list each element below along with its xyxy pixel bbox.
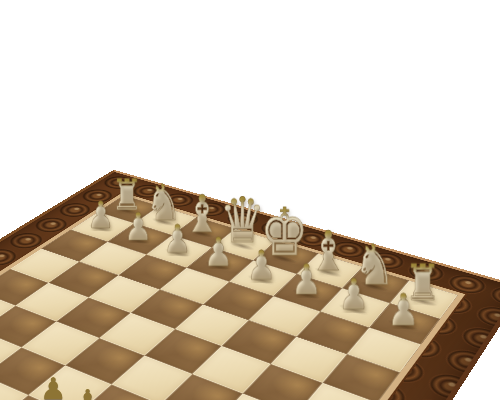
scene: ♜♞♝♛♚♝♞♜♟♟♟♟♟♟♟♟ (0, 0, 500, 400)
partial-piece-brass-top: ♟ (40, 374, 67, 400)
partial-piece-brass-top: ♟ (76, 386, 99, 400)
piece-white-pawn[interactable]: ♟ (387, 288, 419, 332)
photo-stage: ♜♞♝♛♚♝♞♜♟♟♟♟♟♟♟♟ ♟ ♟ (0, 0, 500, 400)
piece-white-pawn[interactable]: ♟ (291, 259, 322, 301)
square-b4[interactable] (16, 283, 89, 322)
chess-board[interactable]: ♜♞♝♛♚♝♞♜♟♟♟♟♟♟♟♟ (0, 170, 500, 400)
square-g7[interactable]: ♟ (320, 288, 390, 327)
playing-grid: ♜♞♝♛♚♝♞♜♟♟♟♟♟♟♟♟ (0, 195, 458, 400)
